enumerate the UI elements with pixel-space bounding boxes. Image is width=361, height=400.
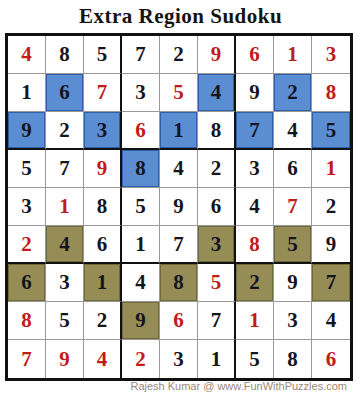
cell-r6c9[interactable]: 9 bbox=[312, 226, 350, 264]
cell-r8c8[interactable]: 3 bbox=[274, 302, 312, 340]
cell-r3c6[interactable]: 8 bbox=[198, 112, 236, 150]
cell-r4c7[interactable]: 3 bbox=[236, 150, 274, 188]
cell-r2c7[interactable]: 9 bbox=[236, 74, 274, 112]
cell-r8c4[interactable]: 9 bbox=[122, 302, 160, 340]
cell-r9c9[interactable]: 6 bbox=[312, 340, 350, 378]
cell-r4c8[interactable]: 6 bbox=[274, 150, 312, 188]
cell-r2c6[interactable]: 4 bbox=[198, 74, 236, 112]
cell-r3c7[interactable]: 7 bbox=[236, 112, 274, 150]
cell-r9c8[interactable]: 8 bbox=[274, 340, 312, 378]
cell-r9c4[interactable]: 2 bbox=[122, 340, 160, 378]
cell-r4c6[interactable]: 2 bbox=[198, 150, 236, 188]
cell-r6c2[interactable]: 4 bbox=[46, 226, 84, 264]
cell-r7c4[interactable]: 4 bbox=[122, 264, 160, 302]
cell-r3c8[interactable]: 4 bbox=[274, 112, 312, 150]
cell-r3c5[interactable]: 1 bbox=[160, 112, 198, 150]
cell-r1c9[interactable]: 3 bbox=[312, 36, 350, 74]
cell-r4c1[interactable]: 5 bbox=[8, 150, 46, 188]
cell-r3c1[interactable]: 9 bbox=[8, 112, 46, 150]
cell-r1c4[interactable]: 7 bbox=[122, 36, 160, 74]
cell-r3c9[interactable]: 5 bbox=[312, 112, 350, 150]
cell-r2c2[interactable]: 6 bbox=[46, 74, 84, 112]
cell-r8c5[interactable]: 6 bbox=[160, 302, 198, 340]
cell-r8c6[interactable]: 7 bbox=[198, 302, 236, 340]
cell-r5c5[interactable]: 9 bbox=[160, 188, 198, 226]
cell-r6c6[interactable]: 3 bbox=[198, 226, 236, 264]
cell-r4c9[interactable]: 1 bbox=[312, 150, 350, 188]
cell-r7c3[interactable]: 1 bbox=[84, 264, 122, 302]
cell-r5c2[interactable]: 1 bbox=[46, 188, 84, 226]
cell-r7c6[interactable]: 5 bbox=[198, 264, 236, 302]
cell-r2c3[interactable]: 7 bbox=[84, 74, 122, 112]
cell-r1c1[interactable]: 4 bbox=[8, 36, 46, 74]
cell-r4c4[interactable]: 8 bbox=[122, 150, 160, 188]
cell-r8c1[interactable]: 8 bbox=[8, 302, 46, 340]
cell-r2c5[interactable]: 5 bbox=[160, 74, 198, 112]
sudoku-board: 4857296131673549289236187455798423613185… bbox=[5, 33, 353, 381]
cell-r6c1[interactable]: 2 bbox=[8, 226, 46, 264]
cell-r8c2[interactable]: 5 bbox=[46, 302, 84, 340]
cell-r5c9[interactable]: 2 bbox=[312, 188, 350, 226]
cell-r2c4[interactable]: 3 bbox=[122, 74, 160, 112]
cell-r7c1[interactable]: 6 bbox=[8, 264, 46, 302]
cell-r5c7[interactable]: 4 bbox=[236, 188, 274, 226]
page-title: Extra Region Sudoku bbox=[0, 0, 361, 29]
cell-r7c9[interactable]: 7 bbox=[312, 264, 350, 302]
cell-r6c4[interactable]: 1 bbox=[122, 226, 160, 264]
cell-r4c5[interactable]: 4 bbox=[160, 150, 198, 188]
cell-r1c7[interactable]: 6 bbox=[236, 36, 274, 74]
cell-r3c2[interactable]: 2 bbox=[46, 112, 84, 150]
cell-r9c5[interactable]: 3 bbox=[160, 340, 198, 378]
credit-text: Rajesh Kumar @ www.FunWithPuzzles.com bbox=[130, 380, 347, 392]
cell-r5c3[interactable]: 8 bbox=[84, 188, 122, 226]
cell-r1c6[interactable]: 9 bbox=[198, 36, 236, 74]
cell-r2c9[interactable]: 8 bbox=[312, 74, 350, 112]
cell-r7c2[interactable]: 3 bbox=[46, 264, 84, 302]
cell-r6c5[interactable]: 7 bbox=[160, 226, 198, 264]
cell-r4c3[interactable]: 9 bbox=[84, 150, 122, 188]
cell-r1c3[interactable]: 5 bbox=[84, 36, 122, 74]
cell-r5c6[interactable]: 6 bbox=[198, 188, 236, 226]
cell-r3c4[interactable]: 6 bbox=[122, 112, 160, 150]
cell-r8c9[interactable]: 4 bbox=[312, 302, 350, 340]
cell-r7c7[interactable]: 2 bbox=[236, 264, 274, 302]
cell-r2c8[interactable]: 2 bbox=[274, 74, 312, 112]
cell-r1c5[interactable]: 2 bbox=[160, 36, 198, 74]
cell-r5c1[interactable]: 3 bbox=[8, 188, 46, 226]
cell-r3c3[interactable]: 3 bbox=[84, 112, 122, 150]
cell-r4c2[interactable]: 7 bbox=[46, 150, 84, 188]
cell-r6c3[interactable]: 6 bbox=[84, 226, 122, 264]
cell-r5c4[interactable]: 5 bbox=[122, 188, 160, 226]
cell-r1c8[interactable]: 1 bbox=[274, 36, 312, 74]
cell-r6c8[interactable]: 5 bbox=[274, 226, 312, 264]
cell-r9c7[interactable]: 5 bbox=[236, 340, 274, 378]
cell-r1c2[interactable]: 8 bbox=[46, 36, 84, 74]
cell-r2c1[interactable]: 1 bbox=[8, 74, 46, 112]
cell-r8c3[interactable]: 2 bbox=[84, 302, 122, 340]
cell-r5c8[interactable]: 7 bbox=[274, 188, 312, 226]
cell-r9c2[interactable]: 9 bbox=[46, 340, 84, 378]
cell-r6c7[interactable]: 8 bbox=[236, 226, 274, 264]
cell-r7c8[interactable]: 9 bbox=[274, 264, 312, 302]
cell-r7c5[interactable]: 8 bbox=[160, 264, 198, 302]
cell-r9c1[interactable]: 7 bbox=[8, 340, 46, 378]
cell-r9c6[interactable]: 1 bbox=[198, 340, 236, 378]
cell-r8c7[interactable]: 1 bbox=[236, 302, 274, 340]
cell-r9c3[interactable]: 4 bbox=[84, 340, 122, 378]
